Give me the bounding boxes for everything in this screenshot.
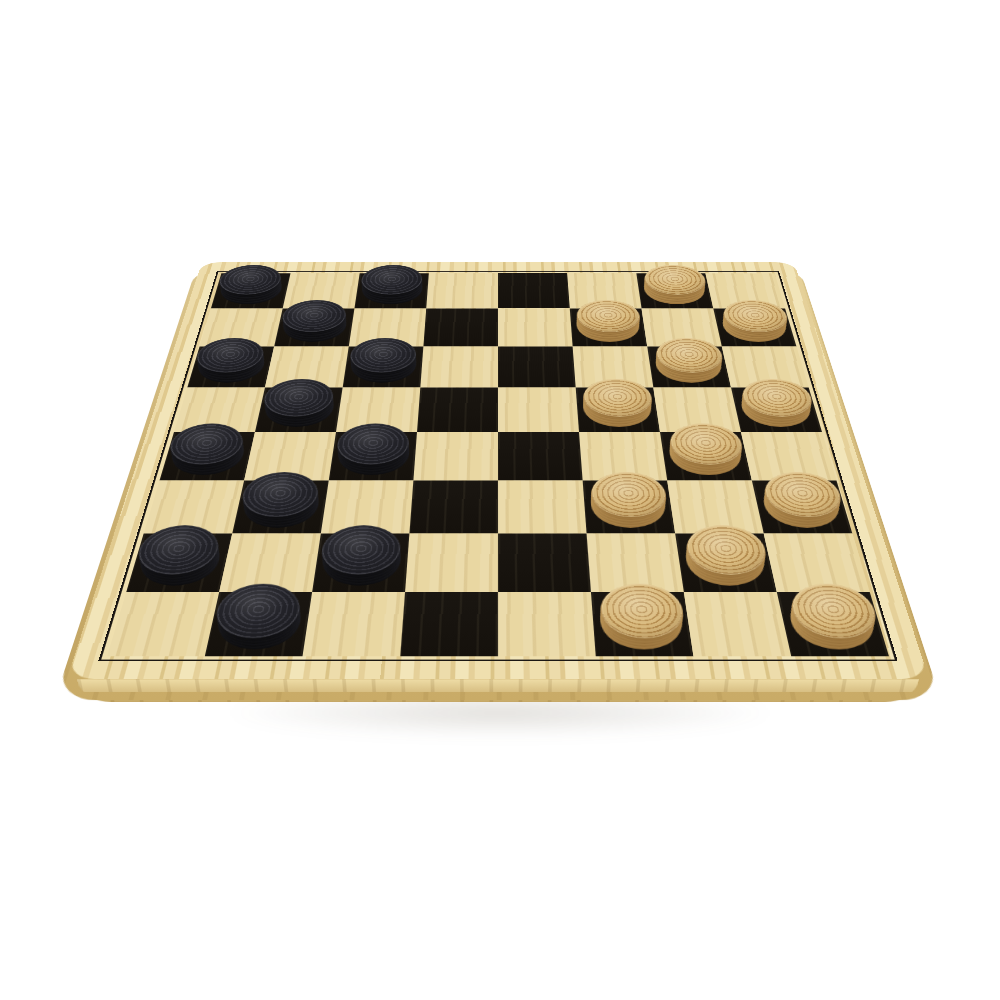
square-e2[interactable] — [498, 308, 573, 346]
square-f6[interactable] — [583, 481, 676, 534]
black-checker-b2[interactable] — [280, 311, 349, 344]
board-top-face — [67, 262, 929, 679]
black-checker-a3[interactable] — [194, 349, 269, 384]
square-f2[interactable] — [570, 308, 647, 346]
square-d5[interactable] — [413, 432, 498, 481]
square-e1[interactable] — [498, 273, 570, 308]
square-e4[interactable] — [498, 387, 579, 432]
white-checker-f8[interactable] — [598, 596, 686, 651]
square-g7[interactable] — [675, 534, 777, 592]
square-g1[interactable] — [636, 273, 713, 308]
checkers-board — [67, 262, 929, 679]
black-checker-c7[interactable] — [319, 538, 403, 588]
square-d6[interactable] — [409, 481, 498, 534]
square-a8[interactable] — [107, 592, 219, 656]
black-checker-b6[interactable] — [239, 484, 322, 530]
white-checker-g5[interactable] — [666, 435, 745, 477]
square-a1[interactable] — [211, 273, 291, 308]
black-checker-a5[interactable] — [166, 435, 248, 477]
square-d2[interactable] — [423, 308, 498, 346]
square-e5[interactable] — [498, 432, 583, 481]
square-d3[interactable] — [420, 346, 498, 387]
perspective-scene — [0, 0, 1000, 1000]
square-e7[interactable] — [498, 534, 591, 592]
white-checker-h6[interactable] — [759, 484, 845, 530]
square-h2[interactable] — [713, 308, 796, 346]
square-c7[interactable] — [312, 534, 409, 592]
square-c1[interactable] — [354, 273, 428, 308]
square-h8[interactable] — [777, 592, 889, 656]
black-checker-c1[interactable] — [360, 276, 424, 306]
square-a3[interactable] — [187, 346, 274, 387]
square-d8[interactable] — [400, 592, 498, 656]
square-g3[interactable] — [647, 346, 731, 387]
square-f8[interactable] — [591, 592, 694, 656]
square-c3[interactable] — [343, 346, 424, 387]
square-b2[interactable] — [274, 308, 354, 346]
square-d4[interactable] — [417, 387, 498, 432]
white-checker-f4[interactable] — [581, 390, 654, 428]
square-c5[interactable] — [329, 432, 417, 481]
black-checker-c3[interactable] — [349, 349, 418, 384]
square-e3[interactable] — [498, 346, 576, 387]
playing-area — [107, 273, 889, 656]
white-checker-f2[interactable] — [575, 311, 642, 344]
white-checker-g3[interactable] — [653, 349, 725, 384]
square-e6[interactable] — [498, 481, 587, 534]
square-d7[interactable] — [405, 534, 498, 592]
black-checker-b4[interactable] — [261, 390, 336, 428]
square-d1[interactable] — [426, 273, 498, 308]
square-f4[interactable] — [576, 387, 660, 432]
white-checker-h8[interactable] — [784, 596, 880, 651]
square-a5[interactable] — [160, 432, 255, 481]
square-b6[interactable] — [232, 481, 329, 534]
square-e8[interactable] — [498, 592, 596, 656]
square-h4[interactable] — [731, 387, 822, 432]
square-c8[interactable] — [303, 592, 406, 656]
square-h6[interactable] — [752, 481, 852, 534]
black-checker-c5[interactable] — [335, 435, 411, 477]
white-checker-h4[interactable] — [737, 390, 815, 428]
square-b8[interactable] — [205, 592, 312, 656]
white-checker-g7[interactable] — [682, 538, 769, 588]
square-g5[interactable] — [660, 432, 752, 481]
square-g8[interactable] — [684, 592, 791, 656]
white-checker-f6[interactable] — [589, 484, 669, 530]
playing-area-border — [98, 271, 897, 661]
black-checker-a1[interactable] — [217, 276, 285, 306]
white-checker-g1[interactable] — [642, 276, 708, 306]
black-checker-b8[interactable] — [213, 596, 305, 651]
white-checker-h2[interactable] — [719, 311, 790, 344]
square-b4[interactable] — [255, 387, 343, 432]
product-photo-stage — [0, 0, 1000, 1000]
black-checker-a7[interactable] — [134, 538, 225, 588]
square-a7[interactable] — [126, 534, 232, 592]
